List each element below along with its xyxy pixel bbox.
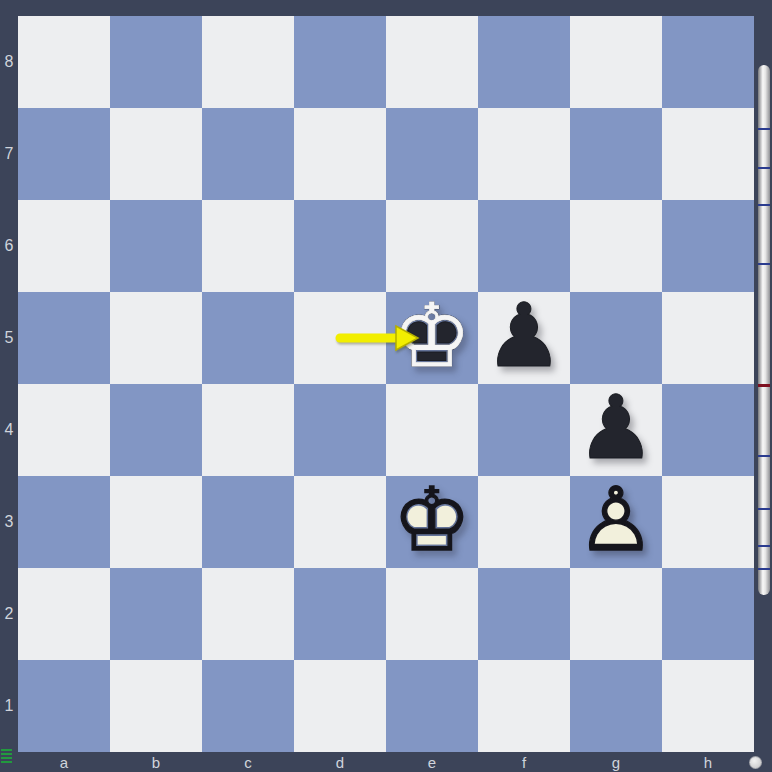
square-d7[interactable]: [294, 108, 386, 200]
file-label-h: h: [662, 752, 754, 772]
square-c2[interactable]: [202, 568, 294, 660]
file-label-b: b: [110, 752, 202, 772]
square-b8[interactable]: [110, 16, 202, 108]
square-f8[interactable]: [478, 16, 570, 108]
square-d6[interactable]: [294, 200, 386, 292]
square-f7[interactable]: [478, 108, 570, 200]
square-e1[interactable]: [386, 660, 478, 752]
square-a1[interactable]: [18, 660, 110, 752]
eval-tick: [758, 204, 770, 206]
square-a6[interactable]: [18, 200, 110, 292]
square-g1[interactable]: [570, 660, 662, 752]
square-g6[interactable]: [570, 200, 662, 292]
square-d2[interactable]: [294, 568, 386, 660]
square-g5[interactable]: [570, 292, 662, 384]
rank-label-1: 1: [0, 660, 18, 752]
square-b5[interactable]: [110, 292, 202, 384]
square-b7[interactable]: [110, 108, 202, 200]
square-c8[interactable]: [202, 16, 294, 108]
file-label-g: g: [570, 752, 662, 772]
square-h1[interactable]: [662, 660, 754, 752]
square-f2[interactable]: [478, 568, 570, 660]
square-a3[interactable]: [18, 476, 110, 568]
rank-label-2: 2: [0, 568, 18, 660]
white-king-e3[interactable]: ♚♔: [386, 476, 478, 568]
menu-icon-bar: [1, 753, 12, 755]
square-h4[interactable]: [662, 384, 754, 476]
square-d1[interactable]: [294, 660, 386, 752]
square-g3[interactable]: ♟♙: [570, 476, 662, 568]
eval-tick: [758, 263, 770, 265]
square-b1[interactable]: [110, 660, 202, 752]
square-e5[interactable]: ♚♔: [386, 292, 478, 384]
square-c4[interactable]: [202, 384, 294, 476]
square-b2[interactable]: [110, 568, 202, 660]
square-g8[interactable]: [570, 16, 662, 108]
square-g7[interactable]: [570, 108, 662, 200]
piece-glyph-outline: ♔: [393, 290, 472, 382]
file-label-f: f: [478, 752, 570, 772]
turn-indicator-white-to-move: [749, 756, 762, 769]
square-e2[interactable]: [386, 568, 478, 660]
rank-label-8: 8: [0, 16, 18, 108]
file-label-d: d: [294, 752, 386, 772]
square-e3[interactable]: ♚♔: [386, 476, 478, 568]
chess-app-window: 87654321 ♚♔♟♟♚♔♟♙ abcdefgh: [0, 0, 772, 772]
square-a7[interactable]: [18, 108, 110, 200]
square-f3[interactable]: [478, 476, 570, 568]
white-pawn-g3[interactable]: ♟♙: [570, 476, 662, 568]
square-h3[interactable]: [662, 476, 754, 568]
rank-label-6: 6: [0, 200, 18, 292]
eval-tick: [758, 455, 770, 457]
eval-tick: [758, 508, 770, 510]
rank-labels: 87654321: [0, 16, 18, 752]
square-d8[interactable]: [294, 16, 386, 108]
menu-icon-bar: [1, 761, 12, 763]
square-h7[interactable]: [662, 108, 754, 200]
piece-glyph: ♟: [577, 382, 656, 474]
evaluation-bar: [758, 65, 770, 595]
eval-tick: [758, 568, 770, 570]
square-d5[interactable]: [294, 292, 386, 384]
black-pawn-f5[interactable]: ♟: [478, 292, 570, 384]
square-a2[interactable]: [18, 568, 110, 660]
piece-glyph-outline: ♙: [577, 474, 656, 566]
menu-icon-bar: [1, 757, 12, 759]
square-b4[interactable]: [110, 384, 202, 476]
file-label-e: e: [386, 752, 478, 772]
black-king-e5[interactable]: ♚♔: [386, 292, 478, 384]
square-g4[interactable]: ♟: [570, 384, 662, 476]
rank-label-3: 3: [0, 476, 18, 568]
file-label-c: c: [202, 752, 294, 772]
rank-label-5: 5: [0, 292, 18, 384]
square-c7[interactable]: [202, 108, 294, 200]
file-label-a: a: [18, 752, 110, 772]
eval-tick: [758, 128, 770, 130]
eval-tick: [758, 167, 770, 169]
square-f6[interactable]: [478, 200, 570, 292]
piece-glyph-outline: ♔: [393, 474, 472, 566]
square-d3[interactable]: [294, 476, 386, 568]
square-c5[interactable]: [202, 292, 294, 384]
square-h2[interactable]: [662, 568, 754, 660]
square-g2[interactable]: [570, 568, 662, 660]
black-pawn-g4[interactable]: ♟: [570, 384, 662, 476]
file-labels: abcdefgh: [18, 752, 754, 772]
square-f1[interactable]: [478, 660, 570, 752]
eval-tick: [758, 545, 770, 547]
square-b3[interactable]: [110, 476, 202, 568]
square-h8[interactable]: [662, 16, 754, 108]
chess-board[interactable]: ♚♔♟♟♚♔♟♙: [18, 16, 754, 752]
rank-label-7: 7: [0, 108, 18, 200]
square-c3[interactable]: [202, 476, 294, 568]
square-a5[interactable]: [18, 292, 110, 384]
square-e8[interactable]: [386, 16, 478, 108]
square-b6[interactable]: [110, 200, 202, 292]
menu-icon-bar: [1, 749, 12, 751]
square-h5[interactable]: [662, 292, 754, 384]
square-f5[interactable]: ♟: [478, 292, 570, 384]
square-a8[interactable]: [18, 16, 110, 108]
square-e7[interactable]: [386, 108, 478, 200]
piece-glyph: ♟: [485, 290, 564, 382]
square-h6[interactable]: [662, 200, 754, 292]
eval-marker: [758, 384, 770, 387]
rank-label-4: 4: [0, 384, 18, 476]
square-c6[interactable]: [202, 200, 294, 292]
square-f4[interactable]: [478, 384, 570, 476]
square-d4[interactable]: [294, 384, 386, 476]
square-e4[interactable]: [386, 384, 478, 476]
square-c1[interactable]: [202, 660, 294, 752]
square-a4[interactable]: [18, 384, 110, 476]
square-e6[interactable]: [386, 200, 478, 292]
menu-icon[interactable]: [1, 749, 12, 765]
